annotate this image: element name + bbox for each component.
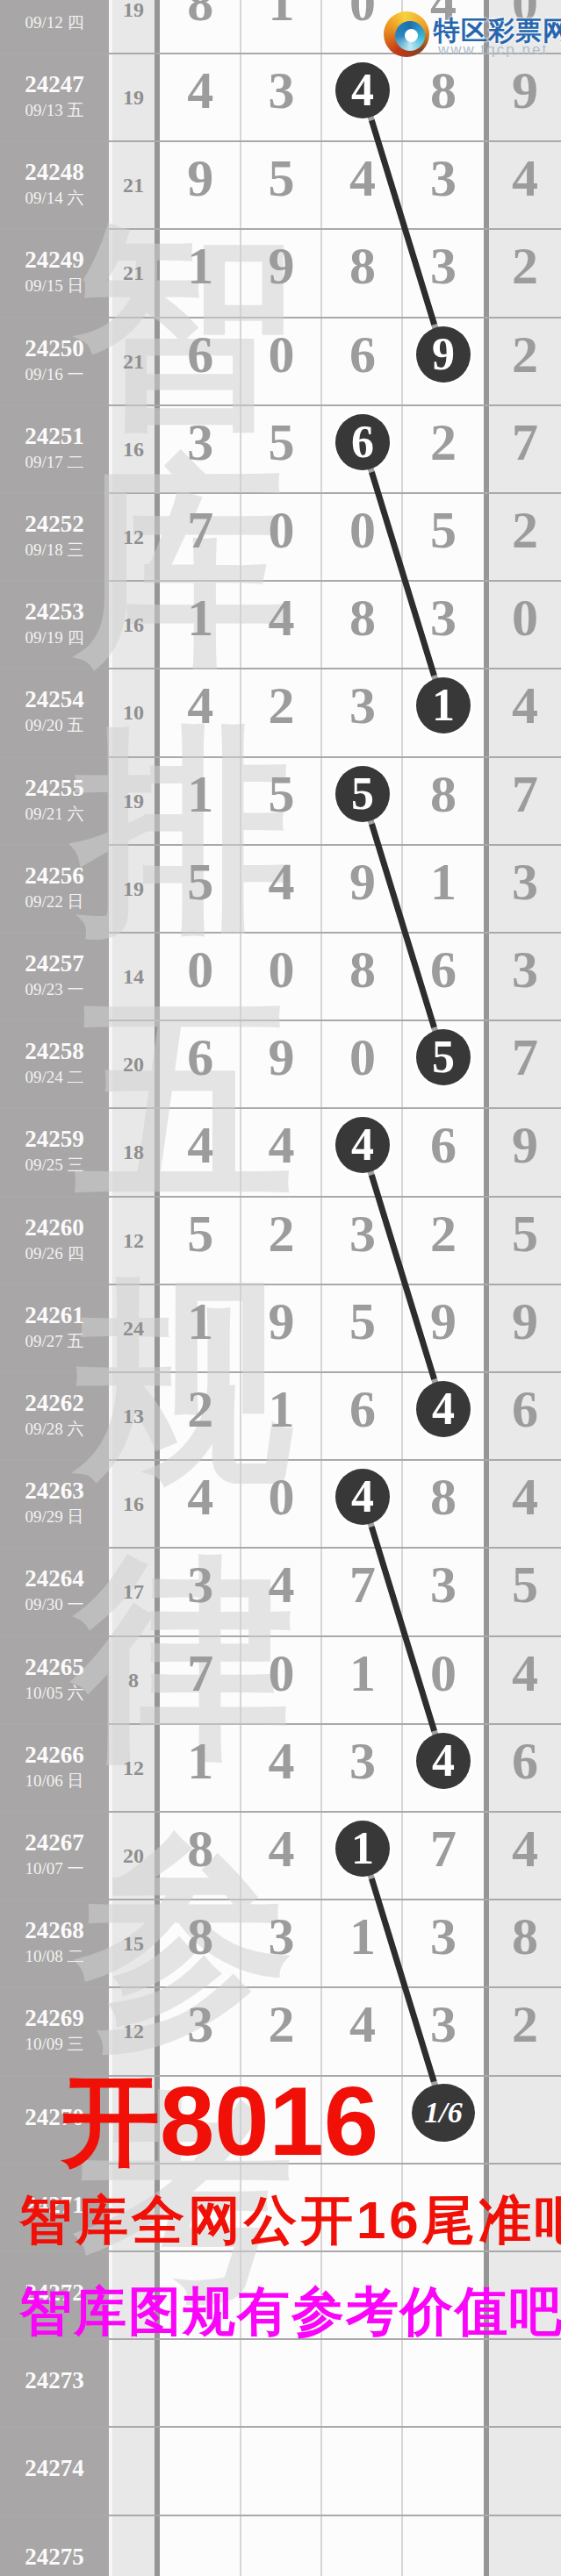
- circled-number: 1/6: [412, 2084, 475, 2142]
- circled-number: 4: [416, 1381, 471, 1437]
- pailie5-trend-chart: 智库排五规律参考 09/12 四19810402424709/13 五19438…: [0, 0, 561, 2576]
- circled-number: 4: [416, 1733, 471, 1789]
- circled-number: 6: [335, 414, 390, 470]
- result-announcement-text: 开8016: [61, 2072, 378, 2171]
- circled-number: 4: [335, 1469, 390, 1525]
- circled-number: 4: [335, 62, 390, 118]
- circled-number: 9: [416, 326, 471, 383]
- site-url: www.tqcp.net: [438, 41, 548, 59]
- promo-line-red: 智库全网公开16尾准吧: [19, 2192, 561, 2250]
- circled-number: 1: [416, 677, 471, 733]
- circled-number: 5: [335, 766, 390, 822]
- circled-number: 1: [335, 1821, 390, 1877]
- circled-number: 5: [416, 1029, 471, 1085]
- logo-swirl-icon: [384, 11, 429, 57]
- promo-line-magenta: 智库图规有参考价值吧: [19, 2283, 561, 2341]
- circled-number: 4: [335, 1117, 390, 1173]
- connector-lines: [0, 0, 561, 2576]
